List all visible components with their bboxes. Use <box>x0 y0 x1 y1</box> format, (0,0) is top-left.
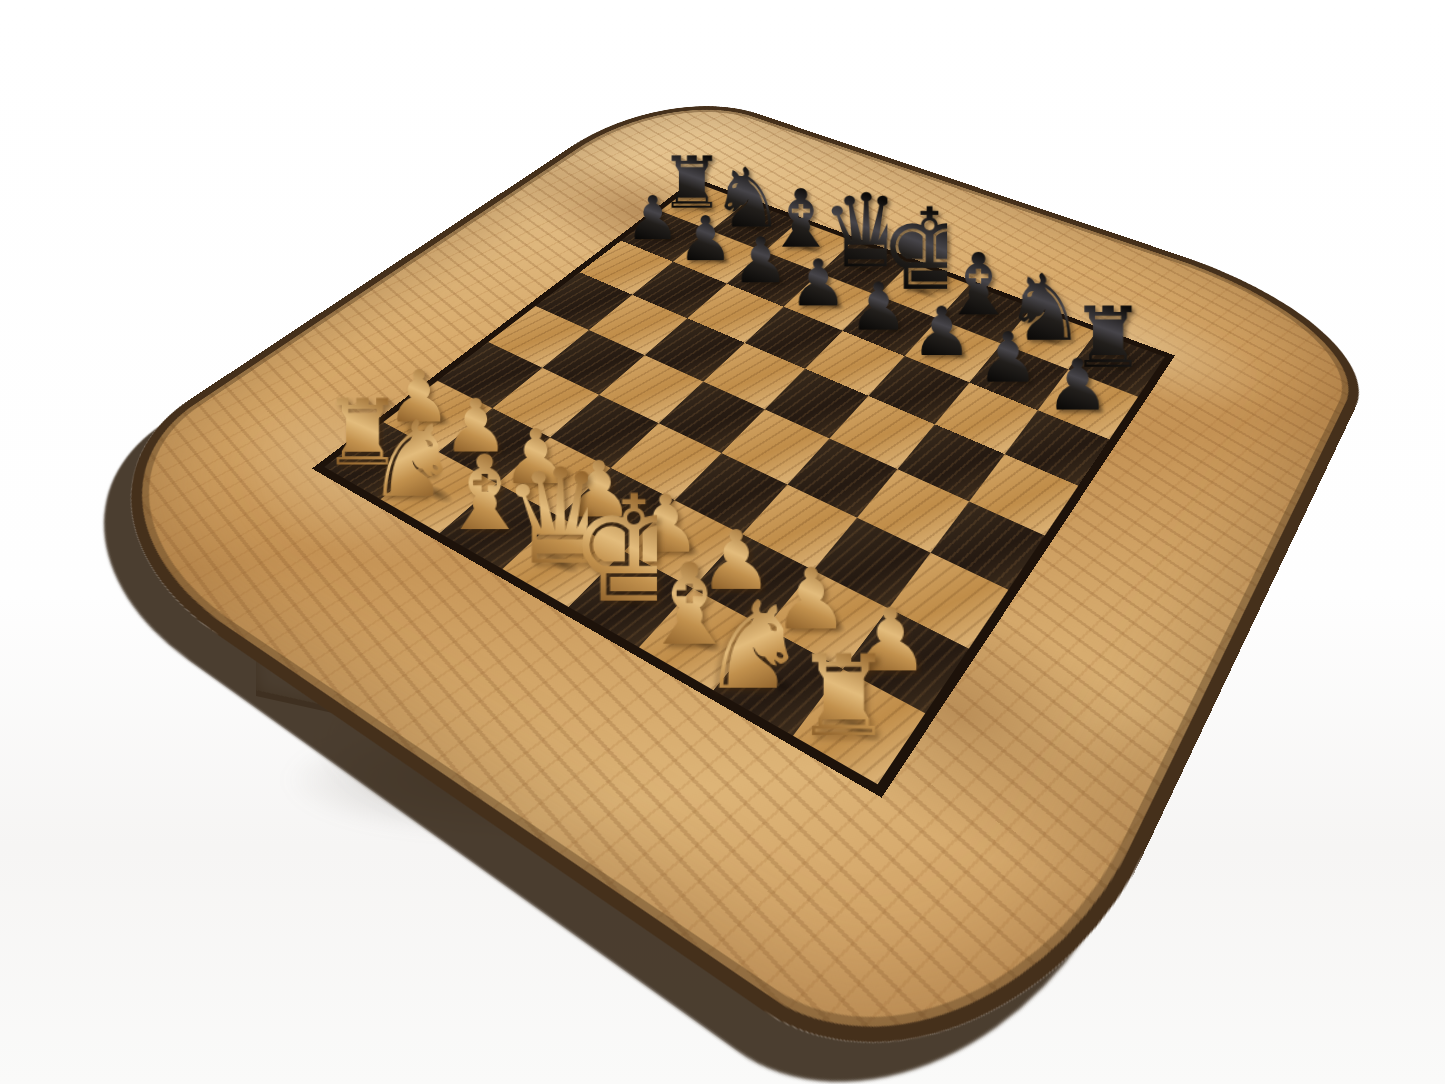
square-f4[interactable] <box>787 438 897 517</box>
product-photo-white-background: { "game": "chess", "scene": { "descripti… <box>0 0 1445 1084</box>
piece-black-pawn[interactable]: ♟ <box>906 301 979 363</box>
olive-wood-slab: ♜♞♝♛♚♝♞♜♟♟♟♟♟♟♟♟♟♟♟♟♟♟♟♟♜♞♝♛♚♝♞♜ <box>30 83 1394 1084</box>
piece-black-pawn[interactable]: ♟ <box>843 277 914 338</box>
piece-white-rook[interactable]: ♜ <box>794 645 892 748</box>
piece-black-pawn[interactable]: ♟ <box>1040 352 1116 417</box>
square-a4[interactable] <box>488 306 589 368</box>
piece-black-pawn[interactable]: ♟ <box>971 326 1045 390</box>
square-d4[interactable] <box>659 382 765 453</box>
board-perspective-scene: ♜♞♝♛♚♝♞♜♟♟♟♟♟♟♟♟♟♟♟♟♟♟♟♟♜♞♝♛♚♝♞♜ <box>0 0 1445 1084</box>
photo-stage: ♜♞♝♛♚♝♞♜♟♟♟♟♟♟♟♟♟♟♟♟♟♟♟♟♜♞♝♛♚♝♞♜ <box>0 0 1445 1084</box>
chess-board: ♜♞♝♛♚♝♞♜♟♟♟♟♟♟♟♟♟♟♟♟♟♟♟♟♜♞♝♛♚♝♞♜ <box>312 178 1175 797</box>
